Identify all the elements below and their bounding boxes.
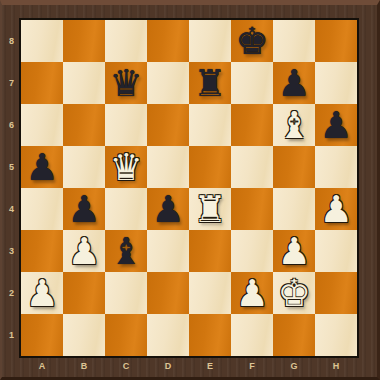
rank-label-8: 8 bbox=[2, 20, 21, 62]
square-c7[interactable]: ♛ bbox=[105, 62, 147, 104]
square-b4[interactable]: ♟ bbox=[63, 188, 105, 230]
square-h3[interactable] bbox=[315, 230, 357, 272]
square-g8[interactable] bbox=[273, 20, 315, 62]
square-d6[interactable] bbox=[147, 104, 189, 146]
square-h1[interactable] bbox=[315, 314, 357, 356]
square-f7[interactable] bbox=[231, 62, 273, 104]
file-label-a: A bbox=[21, 357, 63, 375]
white-pawn[interactable]: ♟ bbox=[273, 230, 315, 272]
square-g7[interactable]: ♟ bbox=[273, 62, 315, 104]
white-king[interactable]: ♚ bbox=[273, 272, 315, 314]
black-pawn[interactable]: ♟ bbox=[63, 188, 105, 230]
square-c3[interactable]: ♝ bbox=[105, 230, 147, 272]
white-pawn[interactable]: ♟ bbox=[63, 230, 105, 272]
rank-label-1: 1 bbox=[2, 314, 21, 356]
black-pawn[interactable]: ♟ bbox=[21, 146, 63, 188]
file-label-h: H bbox=[315, 357, 357, 375]
chess-board: ♚♛♜♟♝♟♟♛♟♟♜♟♟♝♟♟♟♚ bbox=[21, 20, 357, 356]
file-labels: ABCDEFGH bbox=[21, 357, 357, 375]
black-pawn[interactable]: ♟ bbox=[147, 188, 189, 230]
square-d3[interactable] bbox=[147, 230, 189, 272]
file-label-c: C bbox=[105, 357, 147, 375]
square-a7[interactable] bbox=[21, 62, 63, 104]
square-a4[interactable] bbox=[21, 188, 63, 230]
square-f6[interactable] bbox=[231, 104, 273, 146]
square-f8[interactable]: ♚ bbox=[231, 20, 273, 62]
file-label-g: G bbox=[273, 357, 315, 375]
square-g1[interactable] bbox=[273, 314, 315, 356]
square-g4[interactable] bbox=[273, 188, 315, 230]
square-e1[interactable] bbox=[189, 314, 231, 356]
rank-labels: 87654321 bbox=[2, 20, 21, 356]
file-label-b: B bbox=[63, 357, 105, 375]
square-b1[interactable] bbox=[63, 314, 105, 356]
rank-label-4: 4 bbox=[2, 188, 21, 230]
square-d8[interactable] bbox=[147, 20, 189, 62]
square-a1[interactable] bbox=[21, 314, 63, 356]
file-label-d: D bbox=[147, 357, 189, 375]
square-c1[interactable] bbox=[105, 314, 147, 356]
file-label-e: E bbox=[189, 357, 231, 375]
rank-label-2: 2 bbox=[2, 272, 21, 314]
square-e6[interactable] bbox=[189, 104, 231, 146]
square-f3[interactable] bbox=[231, 230, 273, 272]
white-rook[interactable]: ♜ bbox=[189, 188, 231, 230]
square-d7[interactable] bbox=[147, 62, 189, 104]
square-b2[interactable] bbox=[63, 272, 105, 314]
rank-label-5: 5 bbox=[2, 146, 21, 188]
rank-label-3: 3 bbox=[2, 230, 21, 272]
file-label-f: F bbox=[231, 357, 273, 375]
rank-label-7: 7 bbox=[2, 62, 21, 104]
square-f5[interactable] bbox=[231, 146, 273, 188]
square-d1[interactable] bbox=[147, 314, 189, 356]
black-pawn[interactable]: ♟ bbox=[273, 62, 315, 104]
square-e3[interactable] bbox=[189, 230, 231, 272]
square-g5[interactable] bbox=[273, 146, 315, 188]
black-bishop[interactable]: ♝ bbox=[105, 230, 147, 272]
square-h6[interactable]: ♟ bbox=[315, 104, 357, 146]
square-a5[interactable]: ♟ bbox=[21, 146, 63, 188]
square-g3[interactable]: ♟ bbox=[273, 230, 315, 272]
white-pawn[interactable]: ♟ bbox=[21, 272, 63, 314]
square-h4[interactable]: ♟ bbox=[315, 188, 357, 230]
white-queen[interactable]: ♛ bbox=[105, 146, 147, 188]
square-b5[interactable] bbox=[63, 146, 105, 188]
white-pawn[interactable]: ♟ bbox=[231, 272, 273, 314]
black-king[interactable]: ♚ bbox=[231, 20, 273, 62]
square-f1[interactable] bbox=[231, 314, 273, 356]
square-b6[interactable] bbox=[63, 104, 105, 146]
square-e5[interactable] bbox=[189, 146, 231, 188]
square-e2[interactable] bbox=[189, 272, 231, 314]
square-g6[interactable]: ♝ bbox=[273, 104, 315, 146]
square-h5[interactable] bbox=[315, 146, 357, 188]
square-b8[interactable] bbox=[63, 20, 105, 62]
square-c8[interactable] bbox=[105, 20, 147, 62]
square-b3[interactable]: ♟ bbox=[63, 230, 105, 272]
square-c6[interactable] bbox=[105, 104, 147, 146]
square-h7[interactable] bbox=[315, 62, 357, 104]
square-f2[interactable]: ♟ bbox=[231, 272, 273, 314]
square-e8[interactable] bbox=[189, 20, 231, 62]
square-d2[interactable] bbox=[147, 272, 189, 314]
square-a6[interactable] bbox=[21, 104, 63, 146]
square-e7[interactable]: ♜ bbox=[189, 62, 231, 104]
white-bishop[interactable]: ♝ bbox=[273, 104, 315, 146]
square-g2[interactable]: ♚ bbox=[273, 272, 315, 314]
chess-board-frame: 87654321 ♚♛♜♟♝♟♟♛♟♟♜♟♟♝♟♟♟♚ ABCDEFGH bbox=[0, 0, 380, 380]
black-pawn[interactable]: ♟ bbox=[315, 104, 357, 146]
square-h8[interactable] bbox=[315, 20, 357, 62]
rank-label-6: 6 bbox=[2, 104, 21, 146]
square-c2[interactable] bbox=[105, 272, 147, 314]
white-pawn[interactable]: ♟ bbox=[315, 188, 357, 230]
square-a8[interactable] bbox=[21, 20, 63, 62]
square-f4[interactable] bbox=[231, 188, 273, 230]
square-d4[interactable]: ♟ bbox=[147, 188, 189, 230]
square-e4[interactable]: ♜ bbox=[189, 188, 231, 230]
square-c5[interactable]: ♛ bbox=[105, 146, 147, 188]
square-a3[interactable] bbox=[21, 230, 63, 272]
black-queen[interactable]: ♛ bbox=[105, 62, 147, 104]
square-h2[interactable] bbox=[315, 272, 357, 314]
black-rook[interactable]: ♜ bbox=[189, 62, 231, 104]
square-d5[interactable] bbox=[147, 146, 189, 188]
square-a2[interactable]: ♟ bbox=[21, 272, 63, 314]
square-c4[interactable] bbox=[105, 188, 147, 230]
square-b7[interactable] bbox=[63, 62, 105, 104]
